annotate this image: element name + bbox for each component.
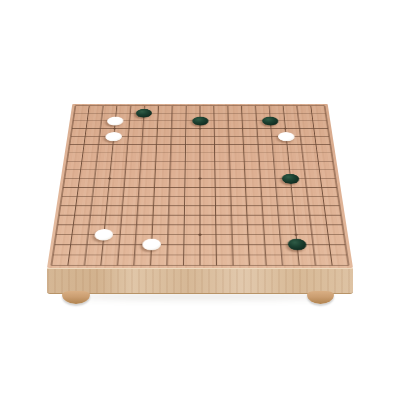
grid-line-vertical — [269, 106, 282, 266]
grid-line-vertical — [68, 106, 89, 266]
hoshi-star-point — [198, 178, 201, 180]
grid-line-vertical — [101, 106, 117, 266]
board-leg-front-right — [307, 291, 334, 304]
black-stone — [262, 116, 279, 125]
ground-shadow — [70, 293, 332, 300]
hoshi-star-point — [284, 128, 287, 130]
black-stone — [281, 174, 299, 184]
grid-line-vertical — [51, 106, 75, 266]
grid-line-vertical — [214, 106, 217, 266]
hoshi-star-point — [198, 234, 201, 236]
hoshi-star-point — [113, 128, 116, 130]
board-grid — [47, 104, 353, 268]
grid-line-vertical — [311, 106, 332, 266]
grid-line-vertical — [117, 106, 130, 266]
product-photo-go-board — [0, 0, 400, 400]
grid-line-vertical — [183, 106, 186, 266]
grid-line-vertical — [84, 106, 103, 266]
grid-line-vertical — [242, 106, 250, 266]
hoshi-star-point — [108, 178, 111, 180]
black-stone — [192, 116, 208, 125]
grid-line-vertical — [325, 106, 349, 266]
go-board-surface — [47, 104, 353, 268]
grid-line-vertical — [167, 106, 172, 266]
grid-line-vertical — [228, 106, 233, 266]
white-stone — [277, 132, 294, 141]
board-leg-front-left — [62, 291, 90, 304]
hoshi-star-point — [294, 234, 298, 236]
grid-line-vertical — [255, 106, 266, 266]
hoshi-star-point — [198, 128, 201, 130]
board-scene — [47, 0, 353, 268]
board-side-face — [47, 268, 353, 294]
